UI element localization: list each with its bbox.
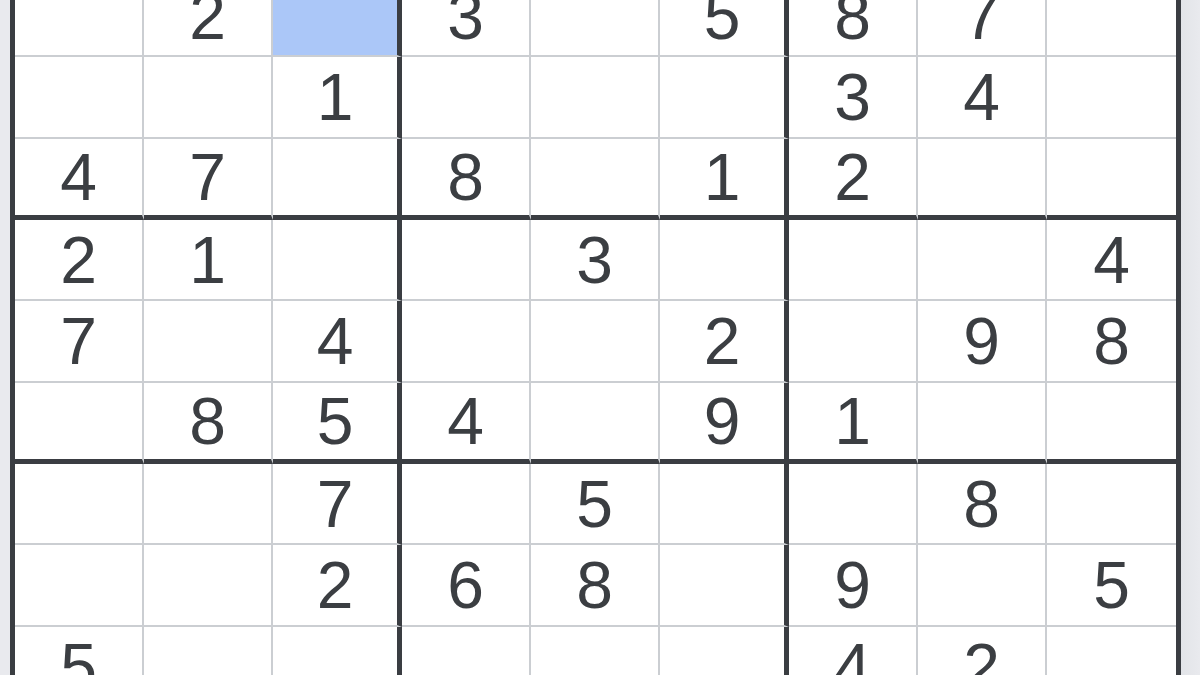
sudoku-cell[interactable]: 7 (144, 139, 273, 220)
sudoku-cell[interactable] (144, 545, 273, 626)
sudoku-cell[interactable]: 4 (273, 301, 402, 382)
sudoku-cell[interactable]: 2 (918, 627, 1047, 675)
sudoku-cell[interactable]: 2 (789, 139, 918, 220)
sudoku-cell[interactable] (1047, 627, 1176, 675)
sudoku-cell[interactable]: 1 (273, 57, 402, 138)
sudoku-cell[interactable] (660, 220, 789, 301)
sudoku-cell[interactable]: 5 (15, 627, 144, 675)
sudoku-cell[interactable]: 3 (789, 57, 918, 138)
sudoku-cell[interactable]: 2 (273, 545, 402, 626)
page-margin-right (1181, 0, 1200, 675)
sudoku-cell[interactable] (15, 545, 144, 626)
sudoku-cell[interactable]: 5 (273, 383, 402, 464)
sudoku-cell[interactable] (531, 57, 660, 138)
sudoku-cell[interactable] (15, 0, 144, 57)
sudoku-cell[interactable]: 1 (144, 220, 273, 301)
sudoku-cell[interactable] (1047, 383, 1176, 464)
sudoku-cell[interactable] (273, 220, 402, 301)
sudoku-cell[interactable] (789, 220, 918, 301)
sudoku-cell[interactable] (660, 545, 789, 626)
sudoku-cell[interactable]: 1 (789, 383, 918, 464)
sudoku-cell[interactable] (144, 57, 273, 138)
sudoku-cell[interactable] (660, 57, 789, 138)
sudoku-cell[interactable]: 5 (531, 464, 660, 545)
sudoku-cell[interactable] (402, 57, 531, 138)
sudoku-cell[interactable]: 2 (144, 0, 273, 57)
sudoku-cell[interactable]: 3 (402, 0, 531, 57)
sudoku-cell[interactable] (1047, 0, 1176, 57)
sudoku-cell[interactable] (531, 0, 660, 57)
sudoku-cell[interactable]: 9 (918, 301, 1047, 382)
sudoku-cell[interactable] (144, 301, 273, 382)
sudoku-cell[interactable]: 9 (789, 545, 918, 626)
sudoku-cell[interactable]: 1 (660, 139, 789, 220)
sudoku-cell[interactable]: 5 (1047, 545, 1176, 626)
sudoku-cell[interactable] (273, 139, 402, 220)
sudoku-cell[interactable] (789, 464, 918, 545)
sudoku-cell[interactable]: 2 (15, 220, 144, 301)
sudoku-cell[interactable] (660, 464, 789, 545)
sudoku-cell[interactable]: 5 (660, 0, 789, 57)
sudoku-cell[interactable] (15, 57, 144, 138)
sudoku-cell[interactable]: 8 (531, 545, 660, 626)
sudoku-cell[interactable] (918, 220, 1047, 301)
sudoku-board: 23587134478122134742988549175826895542 (10, 0, 1181, 675)
sudoku-cell[interactable]: 4 (918, 57, 1047, 138)
sudoku-cell[interactable] (1047, 139, 1176, 220)
sudoku-cell[interactable] (402, 301, 531, 382)
sudoku-cell[interactable]: 8 (402, 139, 531, 220)
sudoku-cell[interactable] (402, 220, 531, 301)
sudoku-cell[interactable] (918, 383, 1047, 464)
sudoku-cell[interactable]: 3 (531, 220, 660, 301)
sudoku-cell[interactable]: 7 (15, 301, 144, 382)
sudoku-cell[interactable]: 4 (789, 627, 918, 675)
sudoku-cell[interactable]: 2 (660, 301, 789, 382)
sudoku-cell[interactable] (531, 627, 660, 675)
sudoku-cell[interactable] (273, 627, 402, 675)
sudoku-cell[interactable] (660, 627, 789, 675)
sudoku-cell[interactable]: 8 (918, 464, 1047, 545)
sudoku-cell[interactable]: 4 (402, 383, 531, 464)
sudoku-cell[interactable]: 4 (1047, 220, 1176, 301)
sudoku-cell[interactable] (144, 627, 273, 675)
sudoku-cell[interactable] (531, 139, 660, 220)
sudoku-cell[interactable]: 8 (1047, 301, 1176, 382)
sudoku-cell[interactable] (918, 545, 1047, 626)
sudoku-cell[interactable] (1047, 57, 1176, 138)
sudoku-cell[interactable]: 9 (660, 383, 789, 464)
sudoku-cell[interactable] (144, 464, 273, 545)
sudoku-cell[interactable]: 7 (918, 0, 1047, 57)
sudoku-cell[interactable] (402, 627, 531, 675)
sudoku-cell[interactable]: 4 (15, 139, 144, 220)
sudoku-cell[interactable]: 8 (789, 0, 918, 57)
sudoku-cell[interactable] (531, 301, 660, 382)
sudoku-cell[interactable] (918, 139, 1047, 220)
sudoku-cell[interactable] (402, 464, 531, 545)
sudoku-cell[interactable]: 7 (273, 464, 402, 545)
sudoku-cell[interactable] (789, 301, 918, 382)
sudoku-cell[interactable] (15, 464, 144, 545)
sudoku-cell[interactable] (1047, 464, 1176, 545)
sudoku-cell[interactable] (273, 0, 402, 57)
sudoku-cell[interactable] (531, 383, 660, 464)
sudoku-cell[interactable]: 6 (402, 545, 531, 626)
sudoku-cell[interactable] (15, 383, 144, 464)
sudoku-cell[interactable]: 8 (144, 383, 273, 464)
